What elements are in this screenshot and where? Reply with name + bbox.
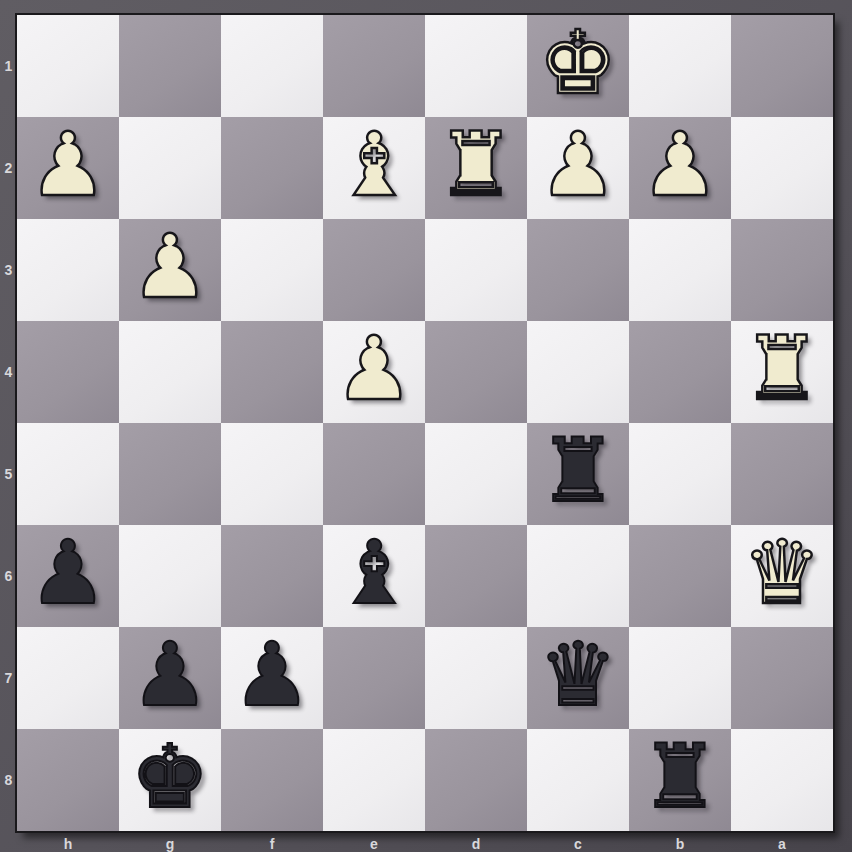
square-g4[interactable] bbox=[119, 321, 221, 423]
piece-black-pawn[interactable]: ♟ bbox=[119, 627, 221, 729]
piece-white-pawn[interactable]: ♟ bbox=[323, 321, 425, 423]
square-g5[interactable] bbox=[119, 423, 221, 525]
piece-white-queen[interactable]: ♛ bbox=[731, 525, 833, 627]
square-f3[interactable] bbox=[221, 219, 323, 321]
square-c3[interactable] bbox=[527, 219, 629, 321]
piece-black-bishop[interactable]: ♝ bbox=[323, 525, 425, 627]
square-g3[interactable]: ♟ bbox=[119, 219, 221, 321]
square-e7[interactable] bbox=[323, 627, 425, 729]
piece-white-pawn[interactable]: ♟ bbox=[119, 219, 221, 321]
square-a5[interactable] bbox=[731, 423, 833, 525]
piece-white-bishop[interactable]: ♝ bbox=[323, 117, 425, 219]
square-e5[interactable] bbox=[323, 423, 425, 525]
rank-label-1: 1 bbox=[0, 15, 17, 117]
square-g2[interactable] bbox=[119, 117, 221, 219]
rank-label-7: 7 bbox=[0, 627, 17, 729]
piece-white-pawn[interactable]: ♟ bbox=[629, 117, 731, 219]
square-a6[interactable]: ♛ bbox=[731, 525, 833, 627]
square-f2[interactable] bbox=[221, 117, 323, 219]
piece-white-rook[interactable]: ♜ bbox=[731, 321, 833, 423]
square-e4[interactable]: ♟ bbox=[323, 321, 425, 423]
square-f7[interactable]: ♟ bbox=[221, 627, 323, 729]
square-f4[interactable] bbox=[221, 321, 323, 423]
square-b2[interactable]: ♟ bbox=[629, 117, 731, 219]
piece-white-pawn[interactable]: ♟ bbox=[527, 117, 629, 219]
square-h5[interactable] bbox=[17, 423, 119, 525]
square-b1[interactable] bbox=[629, 15, 731, 117]
square-e8[interactable] bbox=[323, 729, 425, 831]
square-d4[interactable] bbox=[425, 321, 527, 423]
file-label-h: h bbox=[17, 835, 119, 852]
square-f5[interactable] bbox=[221, 423, 323, 525]
rank-label-6: 6 bbox=[0, 525, 17, 627]
rank-label-4: 4 bbox=[0, 321, 17, 423]
square-h1[interactable] bbox=[17, 15, 119, 117]
square-h4[interactable] bbox=[17, 321, 119, 423]
file-label-d: d bbox=[425, 835, 527, 852]
square-h8[interactable] bbox=[17, 729, 119, 831]
square-d2[interactable]: ♜ bbox=[425, 117, 527, 219]
square-c6[interactable] bbox=[527, 525, 629, 627]
square-e1[interactable] bbox=[323, 15, 425, 117]
square-h2[interactable]: ♟ bbox=[17, 117, 119, 219]
square-e6[interactable]: ♝ bbox=[323, 525, 425, 627]
piece-white-rook[interactable]: ♜ bbox=[425, 117, 527, 219]
square-d7[interactable] bbox=[425, 627, 527, 729]
square-b4[interactable] bbox=[629, 321, 731, 423]
square-c8[interactable] bbox=[527, 729, 629, 831]
square-f6[interactable] bbox=[221, 525, 323, 627]
square-b6[interactable] bbox=[629, 525, 731, 627]
square-d5[interactable] bbox=[425, 423, 527, 525]
square-b8[interactable]: ♜ bbox=[629, 729, 731, 831]
square-e2[interactable]: ♝ bbox=[323, 117, 425, 219]
square-b3[interactable] bbox=[629, 219, 731, 321]
square-g6[interactable] bbox=[119, 525, 221, 627]
square-h6[interactable]: ♟ bbox=[17, 525, 119, 627]
square-c7[interactable]: ♛ bbox=[527, 627, 629, 729]
square-c4[interactable] bbox=[527, 321, 629, 423]
square-a8[interactable] bbox=[731, 729, 833, 831]
file-label-c: c bbox=[527, 835, 629, 852]
square-b7[interactable] bbox=[629, 627, 731, 729]
file-label-e: e bbox=[323, 835, 425, 852]
square-c1[interactable]: ♚ bbox=[527, 15, 629, 117]
square-e3[interactable] bbox=[323, 219, 425, 321]
piece-white-pawn[interactable]: ♟ bbox=[17, 117, 119, 219]
square-a2[interactable] bbox=[731, 117, 833, 219]
piece-white-king[interactable]: ♚ bbox=[527, 15, 629, 117]
chess-board-window: ♚♟♝♜♟♟♟♟♜♜♟♝♛♟♟♛♚♜ 12345678 hgfedcba bbox=[0, 0, 852, 852]
square-f8[interactable] bbox=[221, 729, 323, 831]
square-h3[interactable] bbox=[17, 219, 119, 321]
square-g7[interactable]: ♟ bbox=[119, 627, 221, 729]
square-c2[interactable]: ♟ bbox=[527, 117, 629, 219]
rank-label-2: 2 bbox=[0, 117, 17, 219]
file-label-b: b bbox=[629, 835, 731, 852]
rank-label-3: 3 bbox=[0, 219, 17, 321]
file-label-a: a bbox=[731, 835, 833, 852]
square-d8[interactable] bbox=[425, 729, 527, 831]
file-label-g: g bbox=[119, 835, 221, 852]
square-a3[interactable] bbox=[731, 219, 833, 321]
file-label-f: f bbox=[221, 835, 323, 852]
piece-black-king[interactable]: ♚ bbox=[119, 729, 221, 831]
piece-black-rook[interactable]: ♜ bbox=[629, 729, 731, 831]
square-h7[interactable] bbox=[17, 627, 119, 729]
square-a1[interactable] bbox=[731, 15, 833, 117]
piece-black-pawn[interactable]: ♟ bbox=[17, 525, 119, 627]
square-d3[interactable] bbox=[425, 219, 527, 321]
piece-black-pawn[interactable]: ♟ bbox=[221, 627, 323, 729]
square-d1[interactable] bbox=[425, 15, 527, 117]
square-a7[interactable] bbox=[731, 627, 833, 729]
square-f1[interactable] bbox=[221, 15, 323, 117]
square-c5[interactable]: ♜ bbox=[527, 423, 629, 525]
piece-black-queen[interactable]: ♛ bbox=[527, 627, 629, 729]
rank-label-5: 5 bbox=[0, 423, 17, 525]
piece-black-rook[interactable]: ♜ bbox=[527, 423, 629, 525]
square-g8[interactable]: ♚ bbox=[119, 729, 221, 831]
rank-label-8: 8 bbox=[0, 729, 17, 831]
chess-board: ♚♟♝♜♟♟♟♟♜♜♟♝♛♟♟♛♚♜ bbox=[17, 15, 833, 831]
square-d6[interactable] bbox=[425, 525, 527, 627]
square-b5[interactable] bbox=[629, 423, 731, 525]
square-g1[interactable] bbox=[119, 15, 221, 117]
square-a4[interactable]: ♜ bbox=[731, 321, 833, 423]
